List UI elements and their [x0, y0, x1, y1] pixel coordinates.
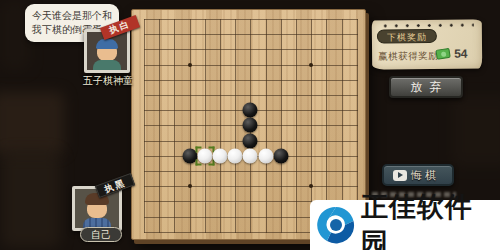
background-blur-patch [0, 92, 64, 154]
black-stone [243, 133, 258, 148]
reward-note: 下棋奖励 赢棋获得奖励 54 [372, 19, 483, 69]
white-stone [243, 148, 258, 163]
undo-move-button[interactable]: 悔棋 [382, 164, 454, 186]
black-stone [273, 148, 288, 163]
background-blur-patch [452, 96, 500, 166]
white-stone [228, 148, 243, 163]
black-stone [243, 103, 258, 118]
reward-description: 赢棋获得奖励 [378, 50, 438, 64]
undo-button-label: 悔棋 [411, 168, 439, 183]
star-point [309, 184, 313, 188]
game-screen: 今天谁会是那个和 我下棋的倒霉蛋 执白 五子棋神童 执黑 自己 下棋奖励 赢棋获… [0, 0, 500, 250]
background-blur-patch [2, 152, 60, 247]
player-portrait [75, 189, 119, 228]
black-stone [243, 118, 258, 133]
cash-icon [435, 48, 450, 60]
watermark-text: 正佳软件园 [361, 189, 500, 250]
reward-title-badge: 下棋奖励 [377, 29, 437, 44]
star-point [309, 63, 313, 67]
white-stone [258, 148, 273, 163]
last-move-marker [195, 146, 214, 165]
player-name-label: 自己 [80, 227, 122, 242]
stitch-dots [380, 23, 474, 29]
opponent-name-label: 五子棋神童 [72, 74, 144, 88]
watermark-logo-icon [315, 204, 357, 246]
opponent-shirt [93, 60, 121, 70]
white-stone [213, 148, 228, 163]
reward-amount: 54 [454, 47, 468, 61]
blue-cap-icon [96, 39, 118, 49]
give-up-button[interactable]: 放弃 [389, 76, 463, 98]
star-point [188, 184, 192, 188]
video-play-icon [393, 170, 407, 181]
bubble-text-line1: 今天谁会是那个和 [32, 9, 112, 23]
watermark-bar: 正佳软件园 [310, 200, 500, 250]
star-point [188, 63, 192, 67]
